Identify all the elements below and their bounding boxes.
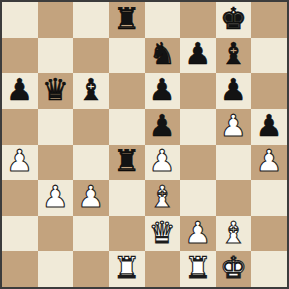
square-g7[interactable]: ♝ <box>216 38 252 74</box>
square-f8[interactable] <box>180 2 216 38</box>
square-d7[interactable] <box>109 38 145 74</box>
square-f2[interactable]: ♟ <box>180 216 216 252</box>
square-e5[interactable]: ♟ <box>145 109 181 145</box>
square-g1[interactable]: ♚ <box>216 251 252 287</box>
square-f1[interactable]: ♜ <box>180 251 216 287</box>
square-d4[interactable]: ♜ <box>109 145 145 181</box>
square-h2[interactable] <box>251 216 287 252</box>
square-b7[interactable] <box>38 38 74 74</box>
square-b2[interactable] <box>38 216 74 252</box>
piece-white-bishop[interactable]: ♝ <box>220 218 247 248</box>
square-a2[interactable] <box>2 216 38 252</box>
square-b8[interactable] <box>38 2 74 38</box>
piece-black-pawn[interactable]: ♟ <box>220 75 247 105</box>
square-h7[interactable] <box>251 38 287 74</box>
square-d6[interactable] <box>109 73 145 109</box>
square-f7[interactable]: ♟ <box>180 38 216 74</box>
square-a6[interactable]: ♟ <box>2 73 38 109</box>
square-d8[interactable]: ♜ <box>109 2 145 38</box>
square-f4[interactable] <box>180 145 216 181</box>
square-e7[interactable]: ♞ <box>145 38 181 74</box>
square-d3[interactable] <box>109 180 145 216</box>
piece-white-pawn[interactable]: ♟ <box>256 146 283 176</box>
square-b1[interactable] <box>38 251 74 287</box>
square-d5[interactable] <box>109 109 145 145</box>
piece-white-pawn[interactable]: ♟ <box>220 111 247 141</box>
piece-white-king[interactable]: ♚ <box>220 253 247 283</box>
piece-white-pawn[interactable]: ♟ <box>6 146 33 176</box>
square-e6[interactable]: ♟ <box>145 73 181 109</box>
square-d2[interactable] <box>109 216 145 252</box>
square-b4[interactable] <box>38 145 74 181</box>
square-c7[interactable] <box>73 38 109 74</box>
square-b5[interactable] <box>38 109 74 145</box>
piece-black-king[interactable]: ♚ <box>220 4 247 34</box>
piece-black-pawn[interactable]: ♟ <box>256 111 283 141</box>
square-e4[interactable]: ♟ <box>145 145 181 181</box>
piece-black-pawn[interactable]: ♟ <box>184 39 211 69</box>
piece-black-pawn[interactable]: ♟ <box>6 75 33 105</box>
piece-black-pawn[interactable]: ♟ <box>149 111 176 141</box>
square-e2[interactable]: ♛ <box>145 216 181 252</box>
square-h8[interactable] <box>251 2 287 38</box>
square-b6[interactable]: ♛ <box>38 73 74 109</box>
square-d1[interactable]: ♜ <box>109 251 145 287</box>
square-g4[interactable] <box>216 145 252 181</box>
piece-white-rook[interactable]: ♜ <box>113 253 140 283</box>
square-a4[interactable]: ♟ <box>2 145 38 181</box>
piece-white-queen[interactable]: ♛ <box>149 218 176 248</box>
square-c4[interactable] <box>73 145 109 181</box>
square-g5[interactable]: ♟ <box>216 109 252 145</box>
square-c5[interactable] <box>73 109 109 145</box>
square-f5[interactable] <box>180 109 216 145</box>
square-a5[interactable] <box>2 109 38 145</box>
square-c3[interactable]: ♟ <box>73 180 109 216</box>
square-b3[interactable]: ♟ <box>38 180 74 216</box>
chess-board: ♜♚♞♟♝♟♛♝♟♟♟♟♟♟♜♟♟♟♟♝♛♟♝♜♜♚ <box>2 2 287 287</box>
square-g6[interactable]: ♟ <box>216 73 252 109</box>
piece-white-pawn[interactable]: ♟ <box>78 182 105 212</box>
square-g2[interactable]: ♝ <box>216 216 252 252</box>
square-h1[interactable] <box>251 251 287 287</box>
square-a7[interactable] <box>2 38 38 74</box>
piece-black-rook[interactable]: ♜ <box>113 4 140 34</box>
square-a3[interactable] <box>2 180 38 216</box>
square-h5[interactable]: ♟ <box>251 109 287 145</box>
square-g3[interactable] <box>216 180 252 216</box>
square-h6[interactable] <box>251 73 287 109</box>
piece-black-bishop[interactable]: ♝ <box>220 39 247 69</box>
piece-white-pawn[interactable]: ♟ <box>149 146 176 176</box>
piece-black-pawn[interactable]: ♟ <box>149 75 176 105</box>
piece-black-rook[interactable]: ♜ <box>113 146 140 176</box>
square-a1[interactable] <box>2 251 38 287</box>
piece-white-pawn[interactable]: ♟ <box>42 182 69 212</box>
square-h3[interactable] <box>251 180 287 216</box>
piece-black-queen[interactable]: ♛ <box>42 75 69 105</box>
square-c6[interactable]: ♝ <box>73 73 109 109</box>
square-e3[interactable]: ♝ <box>145 180 181 216</box>
piece-black-knight[interactable]: ♞ <box>149 39 176 69</box>
square-g8[interactable]: ♚ <box>216 2 252 38</box>
square-h4[interactable]: ♟ <box>251 145 287 181</box>
piece-white-rook[interactable]: ♜ <box>184 253 211 283</box>
square-c1[interactable] <box>73 251 109 287</box>
square-e8[interactable] <box>145 2 181 38</box>
square-f3[interactable] <box>180 180 216 216</box>
chess-board-frame: ♜♚♞♟♝♟♛♝♟♟♟♟♟♟♜♟♟♟♟♝♛♟♝♜♜♚ <box>0 0 289 289</box>
square-c8[interactable] <box>73 2 109 38</box>
square-c2[interactable] <box>73 216 109 252</box>
square-a8[interactable] <box>2 2 38 38</box>
square-e1[interactable] <box>145 251 181 287</box>
piece-white-bishop[interactable]: ♝ <box>149 182 176 212</box>
piece-black-bishop[interactable]: ♝ <box>78 75 105 105</box>
square-f6[interactable] <box>180 73 216 109</box>
piece-white-pawn[interactable]: ♟ <box>184 218 211 248</box>
